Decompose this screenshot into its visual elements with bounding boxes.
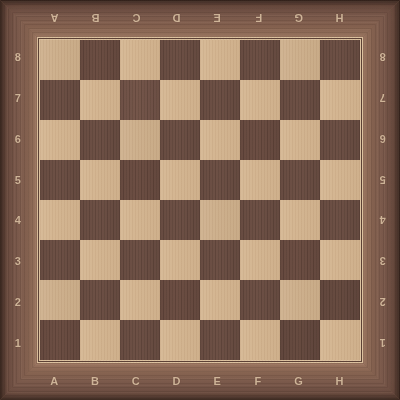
square-h1[interactable]	[320, 320, 360, 360]
square-h7[interactable]	[320, 80, 360, 120]
square-g6[interactable]	[280, 120, 320, 160]
square-h5[interactable]	[320, 160, 360, 200]
square-e7[interactable]	[200, 80, 240, 120]
square-d6[interactable]	[160, 120, 200, 160]
square-g3[interactable]	[280, 240, 320, 280]
board-grid	[40, 40, 360, 360]
square-c8[interactable]	[120, 40, 160, 80]
square-g7[interactable]	[280, 80, 320, 120]
square-c1[interactable]	[120, 320, 160, 360]
square-f4[interactable]	[240, 200, 280, 240]
square-f6[interactable]	[240, 120, 280, 160]
square-c3[interactable]	[120, 240, 160, 280]
board-frame-top	[0, 0, 400, 37]
square-b7[interactable]	[80, 80, 120, 120]
square-g5[interactable]	[280, 160, 320, 200]
square-h4[interactable]	[320, 200, 360, 240]
square-h8[interactable]	[320, 40, 360, 80]
square-b2[interactable]	[80, 280, 120, 320]
square-c5[interactable]	[120, 160, 160, 200]
square-a5[interactable]	[40, 160, 80, 200]
square-b1[interactable]	[80, 320, 120, 360]
square-a1[interactable]	[40, 320, 80, 360]
square-e1[interactable]	[200, 320, 240, 360]
square-g2[interactable]	[280, 280, 320, 320]
square-c6[interactable]	[120, 120, 160, 160]
square-e6[interactable]	[200, 120, 240, 160]
square-a8[interactable]	[40, 40, 80, 80]
square-h2[interactable]	[320, 280, 360, 320]
square-d7[interactable]	[160, 80, 200, 120]
chessboard-photo: ABCDEFGH ABCDEFGH 87654321 87654321	[0, 0, 400, 400]
board-frame-bottom	[0, 363, 400, 400]
square-d4[interactable]	[160, 200, 200, 240]
square-h3[interactable]	[320, 240, 360, 280]
square-b8[interactable]	[80, 40, 120, 80]
square-f3[interactable]	[240, 240, 280, 280]
square-f7[interactable]	[240, 80, 280, 120]
square-c7[interactable]	[120, 80, 160, 120]
square-e8[interactable]	[200, 40, 240, 80]
square-g4[interactable]	[280, 200, 320, 240]
square-c2[interactable]	[120, 280, 160, 320]
square-g1[interactable]	[280, 320, 320, 360]
square-g8[interactable]	[280, 40, 320, 80]
square-d1[interactable]	[160, 320, 200, 360]
square-b6[interactable]	[80, 120, 120, 160]
square-e4[interactable]	[200, 200, 240, 240]
square-a6[interactable]	[40, 120, 80, 160]
square-f5[interactable]	[240, 160, 280, 200]
square-h6[interactable]	[320, 120, 360, 160]
square-e2[interactable]	[200, 280, 240, 320]
square-a3[interactable]	[40, 240, 80, 280]
square-e5[interactable]	[200, 160, 240, 200]
board-frame-right	[363, 0, 400, 400]
board-frame-left	[0, 0, 37, 400]
square-f2[interactable]	[240, 280, 280, 320]
square-d2[interactable]	[160, 280, 200, 320]
square-d3[interactable]	[160, 240, 200, 280]
square-f1[interactable]	[240, 320, 280, 360]
playing-field	[37, 37, 363, 363]
square-b4[interactable]	[80, 200, 120, 240]
square-f8[interactable]	[240, 40, 280, 80]
square-e3[interactable]	[200, 240, 240, 280]
square-a2[interactable]	[40, 280, 80, 320]
square-b5[interactable]	[80, 160, 120, 200]
square-a4[interactable]	[40, 200, 80, 240]
square-c4[interactable]	[120, 200, 160, 240]
square-a7[interactable]	[40, 80, 80, 120]
square-d8[interactable]	[160, 40, 200, 80]
square-b3[interactable]	[80, 240, 120, 280]
square-d5[interactable]	[160, 160, 200, 200]
